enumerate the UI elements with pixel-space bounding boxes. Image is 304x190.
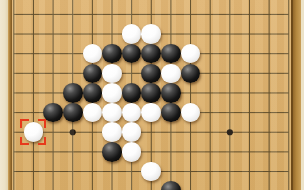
stone-black [102, 44, 122, 64]
stone-black [161, 103, 181, 123]
stone-white [102, 122, 122, 142]
stone-black [161, 44, 181, 64]
board-frame-right [293, 0, 301, 190]
stone-white [161, 64, 181, 84]
board-left-edge [8, 0, 12, 190]
stone-white [102, 103, 122, 123]
stone-black [122, 83, 142, 103]
stone-black [43, 103, 63, 123]
stone-black [102, 142, 122, 162]
stone-black [141, 83, 161, 103]
stone-black [63, 83, 83, 103]
stone-black [83, 83, 103, 103]
stone-white [141, 24, 161, 44]
star-point [227, 129, 233, 135]
stone-white [102, 64, 122, 84]
table-background-left [0, 0, 8, 190]
gomoku-board[interactable] [0, 0, 304, 190]
table-background-right [301, 0, 304, 190]
stone-white [122, 142, 142, 162]
stone-black [63, 103, 83, 123]
stone-white [102, 83, 122, 103]
stone-black [161, 83, 181, 103]
stone-black [141, 64, 161, 84]
stone-black [83, 64, 103, 84]
stone-white [122, 24, 142, 44]
star-point [70, 129, 76, 135]
stone-white [24, 122, 44, 142]
stone-black [161, 181, 181, 190]
